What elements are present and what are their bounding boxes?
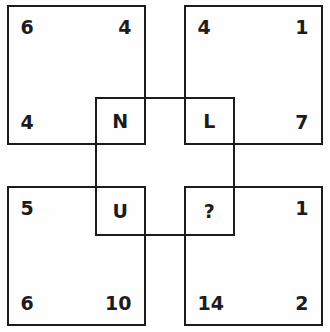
corner-number: 6 [21, 294, 34, 313]
corner-number: 7 [295, 113, 308, 132]
corner-number: 1 [295, 199, 308, 218]
corner-number: 2 [295, 294, 308, 313]
corner-number: 10 [105, 294, 131, 313]
corner-number: 6 [21, 18, 34, 37]
corner-number: 5 [21, 199, 34, 218]
corner-number: 4 [198, 18, 211, 37]
corner-number: 4 [118, 18, 131, 37]
corner-number: 14 [198, 294, 224, 313]
corner-number: 4 [21, 113, 34, 132]
overlap-letter-top-left: N [95, 97, 146, 145]
puzzle-board: 6 4 4 4 1 7 5 6 10 1 14 2 N L U ? [0, 0, 330, 332]
corner-number: 1 [295, 18, 308, 37]
overlap-letter-bottom-left: U [95, 186, 146, 237]
overlap-letter-top-right: L [184, 97, 236, 145]
overlap-letter-missing: ? [184, 186, 236, 237]
